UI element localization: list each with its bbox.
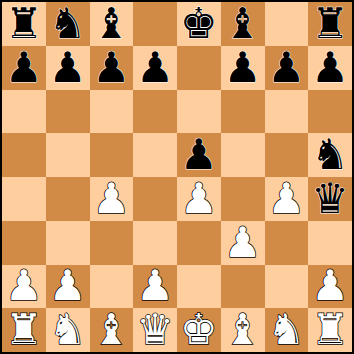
square-h2[interactable]: ♟	[308, 265, 352, 309]
white-pawn-h2: ♟	[311, 265, 349, 307]
square-e1[interactable]: ♚	[177, 308, 221, 352]
square-d3[interactable]	[133, 221, 177, 265]
white-knight-g1: ♞	[268, 309, 306, 351]
square-b8[interactable]: ♞	[46, 2, 90, 46]
square-h7[interactable]: ♟	[308, 46, 352, 90]
black-knight-h5: ♞	[311, 134, 349, 176]
square-d8[interactable]	[133, 2, 177, 46]
black-pawn-a7: ♟	[5, 47, 43, 89]
square-d1[interactable]: ♛	[133, 308, 177, 352]
black-king-e8: ♚	[180, 3, 218, 45]
white-rook-h1: ♜	[311, 309, 349, 351]
square-h5[interactable]: ♞	[308, 133, 352, 177]
black-rook-h8: ♜	[311, 3, 349, 45]
square-a8[interactable]: ♜	[2, 2, 46, 46]
square-g1[interactable]: ♞	[265, 308, 309, 352]
white-pawn-g4: ♟	[268, 178, 306, 220]
square-h6[interactable]	[308, 90, 352, 134]
square-g4[interactable]: ♟	[265, 177, 309, 221]
white-pawn-e4: ♟	[180, 178, 218, 220]
square-b5[interactable]	[46, 133, 90, 177]
square-a5[interactable]	[2, 133, 46, 177]
square-a4[interactable]	[2, 177, 46, 221]
square-e5[interactable]: ♟	[177, 133, 221, 177]
square-g2[interactable]	[265, 265, 309, 309]
black-pawn-h7: ♟	[311, 47, 349, 89]
black-pawn-c7: ♟	[93, 47, 131, 89]
black-pawn-f7: ♟	[224, 47, 262, 89]
square-f4[interactable]	[221, 177, 265, 221]
black-pawn-g7: ♟	[268, 47, 306, 89]
white-pawn-d2: ♟	[136, 265, 174, 307]
square-a1[interactable]: ♜	[2, 308, 46, 352]
square-f7[interactable]: ♟	[221, 46, 265, 90]
square-c1[interactable]: ♝	[90, 308, 134, 352]
square-d4[interactable]	[133, 177, 177, 221]
square-f5[interactable]	[221, 133, 265, 177]
white-knight-b1: ♞	[49, 309, 87, 351]
square-a2[interactable]: ♟	[2, 265, 46, 309]
square-f3[interactable]: ♟	[221, 221, 265, 265]
square-b2[interactable]: ♟	[46, 265, 90, 309]
square-h4[interactable]: ♛	[308, 177, 352, 221]
square-c3[interactable]	[90, 221, 134, 265]
square-g5[interactable]	[265, 133, 309, 177]
black-bishop-c8: ♝	[93, 3, 131, 45]
square-g7[interactable]: ♟	[265, 46, 309, 90]
square-e3[interactable]	[177, 221, 221, 265]
black-pawn-b7: ♟	[49, 47, 87, 89]
white-bishop-c1: ♝	[93, 309, 131, 351]
square-f6[interactable]	[221, 90, 265, 134]
white-pawn-b2: ♟	[49, 265, 87, 307]
square-c7[interactable]: ♟	[90, 46, 134, 90]
square-g8[interactable]	[265, 2, 309, 46]
square-g3[interactable]	[265, 221, 309, 265]
square-e7[interactable]	[177, 46, 221, 90]
square-f2[interactable]	[221, 265, 265, 309]
square-g6[interactable]	[265, 90, 309, 134]
square-h1[interactable]: ♜	[308, 308, 352, 352]
square-a3[interactable]	[2, 221, 46, 265]
square-a7[interactable]: ♟	[2, 46, 46, 90]
square-d2[interactable]: ♟	[133, 265, 177, 309]
white-king-e1: ♚	[180, 309, 218, 351]
black-rook-a8: ♜	[5, 3, 43, 45]
square-b1[interactable]: ♞	[46, 308, 90, 352]
square-c5[interactable]	[90, 133, 134, 177]
square-c6[interactable]	[90, 90, 134, 134]
white-rook-a1: ♜	[5, 309, 43, 351]
square-h3[interactable]	[308, 221, 352, 265]
black-pawn-d7: ♟	[136, 47, 174, 89]
chess-board: ♜♞♝♚♝♜♟♟♟♟♟♟♟♟♞♟♟♟♛♟♟♟♟♟♜♞♝♛♚♝♞♜	[0, 0, 354, 354]
black-knight-b8: ♞	[49, 3, 87, 45]
black-queen-h4: ♛	[311, 178, 349, 220]
square-d6[interactable]	[133, 90, 177, 134]
square-c4[interactable]: ♟	[90, 177, 134, 221]
square-h8[interactable]: ♜	[308, 2, 352, 46]
white-bishop-f1: ♝	[224, 309, 262, 351]
square-f8[interactable]: ♝	[221, 2, 265, 46]
square-d5[interactable]	[133, 133, 177, 177]
square-c8[interactable]: ♝	[90, 2, 134, 46]
square-b7[interactable]: ♟	[46, 46, 90, 90]
square-b3[interactable]	[46, 221, 90, 265]
black-bishop-f8: ♝	[224, 3, 262, 45]
square-c2[interactable]	[90, 265, 134, 309]
square-b6[interactable]	[46, 90, 90, 134]
white-queen-d1: ♛	[136, 309, 174, 351]
square-e6[interactable]	[177, 90, 221, 134]
white-pawn-f3: ♟	[224, 222, 262, 264]
square-d7[interactable]: ♟	[133, 46, 177, 90]
square-e8[interactable]: ♚	[177, 2, 221, 46]
square-e2[interactable]	[177, 265, 221, 309]
black-pawn-e5: ♟	[180, 134, 218, 176]
white-pawn-a2: ♟	[5, 265, 43, 307]
square-b4[interactable]	[46, 177, 90, 221]
square-f1[interactable]: ♝	[221, 308, 265, 352]
square-e4[interactable]: ♟	[177, 177, 221, 221]
white-pawn-c4: ♟	[93, 178, 131, 220]
square-a6[interactable]	[2, 90, 46, 134]
